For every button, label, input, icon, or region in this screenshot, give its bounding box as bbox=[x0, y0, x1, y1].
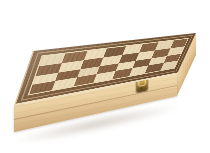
clasp-pin-icon bbox=[140, 87, 143, 90]
board-square-dark bbox=[145, 63, 163, 73]
product-photo bbox=[0, 0, 210, 153]
